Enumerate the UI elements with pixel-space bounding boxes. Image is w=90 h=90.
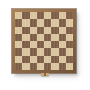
square-g5[interactable] xyxy=(59,34,66,41)
square-e1[interactable] xyxy=(44,63,51,70)
square-e6[interactable] xyxy=(44,27,51,34)
clasp xyxy=(41,73,49,76)
square-a2[interactable] xyxy=(15,56,22,63)
square-f2[interactable] xyxy=(51,56,58,63)
square-b5[interactable] xyxy=(22,34,29,41)
square-f1[interactable] xyxy=(51,63,58,70)
square-e8[interactable] xyxy=(44,12,51,19)
square-a4[interactable] xyxy=(15,41,22,48)
square-h4[interactable] xyxy=(66,41,73,48)
square-b2[interactable] xyxy=(22,56,29,63)
square-c2[interactable] xyxy=(30,56,37,63)
square-d7[interactable] xyxy=(37,19,44,26)
square-g8[interactable] xyxy=(59,12,66,19)
square-b1[interactable] xyxy=(22,63,29,70)
square-d6[interactable] xyxy=(37,27,44,34)
chess-board xyxy=(12,9,76,73)
square-c7[interactable] xyxy=(30,19,37,26)
square-b8[interactable] xyxy=(22,12,29,19)
square-f8[interactable] xyxy=(51,12,58,19)
square-b3[interactable] xyxy=(22,48,29,55)
square-e3[interactable] xyxy=(44,48,51,55)
board-grid xyxy=(15,12,73,70)
square-a6[interactable] xyxy=(15,27,22,34)
square-b7[interactable] xyxy=(22,19,29,26)
square-c4[interactable] xyxy=(30,41,37,48)
square-a8[interactable] xyxy=(15,12,22,19)
square-a1[interactable] xyxy=(15,63,22,70)
square-c3[interactable] xyxy=(30,48,37,55)
square-b6[interactable] xyxy=(22,27,29,34)
square-c5[interactable] xyxy=(30,34,37,41)
square-f7[interactable] xyxy=(51,19,58,26)
square-g1[interactable] xyxy=(59,63,66,70)
square-d4[interactable] xyxy=(37,41,44,48)
square-f5[interactable] xyxy=(51,34,58,41)
square-a7[interactable] xyxy=(15,19,22,26)
square-g4[interactable] xyxy=(59,41,66,48)
square-g2[interactable] xyxy=(59,56,66,63)
square-a3[interactable] xyxy=(15,48,22,55)
square-d3[interactable] xyxy=(37,48,44,55)
square-d1[interactable] xyxy=(37,63,44,70)
square-e2[interactable] xyxy=(44,56,51,63)
square-h7[interactable] xyxy=(66,19,73,26)
square-c6[interactable] xyxy=(30,27,37,34)
square-h5[interactable] xyxy=(66,34,73,41)
square-f3[interactable] xyxy=(51,48,58,55)
square-c1[interactable] xyxy=(30,63,37,70)
square-h6[interactable] xyxy=(66,27,73,34)
square-d5[interactable] xyxy=(37,34,44,41)
square-h3[interactable] xyxy=(66,48,73,55)
square-f6[interactable] xyxy=(51,27,58,34)
square-c8[interactable] xyxy=(30,12,37,19)
square-e4[interactable] xyxy=(44,41,51,48)
square-f4[interactable] xyxy=(51,41,58,48)
square-d8[interactable] xyxy=(37,12,44,19)
square-d2[interactable] xyxy=(37,56,44,63)
square-g3[interactable] xyxy=(59,48,66,55)
square-h1[interactable] xyxy=(66,63,73,70)
photo-background xyxy=(0,0,90,90)
square-h2[interactable] xyxy=(66,56,73,63)
square-e7[interactable] xyxy=(44,19,51,26)
square-g6[interactable] xyxy=(59,27,66,34)
square-g7[interactable] xyxy=(59,19,66,26)
square-a5[interactable] xyxy=(15,34,22,41)
square-h8[interactable] xyxy=(66,12,73,19)
square-b4[interactable] xyxy=(22,41,29,48)
square-e5[interactable] xyxy=(44,34,51,41)
